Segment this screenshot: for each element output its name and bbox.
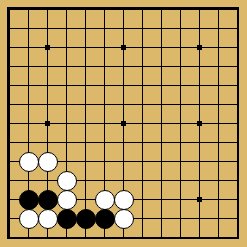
intersection-F13[interactable]	[95, 0, 114, 19]
intersection-B6[interactable]	[19, 133, 38, 152]
intersection-K2[interactable]	[171, 209, 190, 228]
intersection-G5[interactable]	[114, 152, 133, 171]
intersection-F12[interactable]	[95, 19, 114, 38]
intersection-E8[interactable]	[76, 95, 95, 114]
intersection-J1[interactable]	[152, 228, 171, 247]
intersection-D10[interactable]	[57, 57, 76, 76]
intersection-G11[interactable]	[114, 38, 133, 57]
intersection-C10[interactable]	[38, 57, 57, 76]
intersection-F6[interactable]	[95, 133, 114, 152]
intersection-E11[interactable]	[76, 38, 95, 57]
star-point	[121, 45, 126, 50]
intersection-B3[interactable]	[19, 190, 38, 209]
white-stone	[19, 209, 39, 229]
intersection-E5[interactable]	[76, 152, 95, 171]
intersection-L11[interactable]	[190, 38, 209, 57]
intersection-M8[interactable]	[209, 95, 228, 114]
intersection-B8[interactable]	[19, 95, 38, 114]
intersection-A12[interactable]	[0, 19, 19, 38]
intersection-E4[interactable]	[76, 171, 95, 190]
intersection-K11[interactable]	[171, 38, 190, 57]
intersection-L9[interactable]	[190, 76, 209, 95]
intersection-D6[interactable]	[57, 133, 76, 152]
intersection-J5[interactable]	[152, 152, 171, 171]
intersection-F7[interactable]	[95, 114, 114, 133]
intersection-L10[interactable]	[190, 57, 209, 76]
intersection-N13[interactable]	[228, 0, 247, 19]
intersection-D9[interactable]	[57, 76, 76, 95]
intersection-L1[interactable]	[190, 228, 209, 247]
intersection-H10[interactable]	[133, 57, 152, 76]
intersection-L8[interactable]	[190, 95, 209, 114]
intersection-K3[interactable]	[171, 190, 190, 209]
intersection-C3[interactable]	[38, 190, 57, 209]
intersection-G1[interactable]	[114, 228, 133, 247]
intersection-K13[interactable]	[171, 0, 190, 19]
intersection-A11[interactable]	[0, 38, 19, 57]
intersection-K4[interactable]	[171, 171, 190, 190]
intersection-H3[interactable]	[133, 190, 152, 209]
intersection-G8[interactable]	[114, 95, 133, 114]
intersection-D7[interactable]	[57, 114, 76, 133]
intersection-G6[interactable]	[114, 133, 133, 152]
intersection-D2[interactable]	[57, 209, 76, 228]
white-stone	[114, 209, 134, 229]
intersection-F1[interactable]	[95, 228, 114, 247]
white-stone	[38, 209, 58, 229]
intersection-A9[interactable]	[0, 76, 19, 95]
intersection-M3[interactable]	[209, 190, 228, 209]
intersection-J11[interactable]	[152, 38, 171, 57]
intersection-J13[interactable]	[152, 0, 171, 19]
intersection-L3[interactable]	[190, 190, 209, 209]
intersection-F11[interactable]	[95, 38, 114, 57]
intersection-F8[interactable]	[95, 95, 114, 114]
intersection-K8[interactable]	[171, 95, 190, 114]
intersection-C4[interactable]	[38, 171, 57, 190]
intersection-A1[interactable]	[0, 228, 19, 247]
intersection-D4[interactable]	[57, 171, 76, 190]
intersection-N4[interactable]	[228, 171, 247, 190]
star-point	[197, 197, 202, 202]
intersection-M9[interactable]	[209, 76, 228, 95]
white-stone	[95, 190, 115, 210]
intersection-D3[interactable]	[57, 190, 76, 209]
intersection-A3[interactable]	[0, 190, 19, 209]
intersection-G2[interactable]	[114, 209, 133, 228]
intersection-H7[interactable]	[133, 114, 152, 133]
intersection-H5[interactable]	[133, 152, 152, 171]
intersection-H11[interactable]	[133, 38, 152, 57]
intersection-L7[interactable]	[190, 114, 209, 133]
intersection-H1[interactable]	[133, 228, 152, 247]
intersection-C11[interactable]	[38, 38, 57, 57]
intersection-B4[interactable]	[19, 171, 38, 190]
black-stone	[95, 209, 115, 229]
intersection-C6[interactable]	[38, 133, 57, 152]
black-stone	[19, 190, 39, 210]
intersection-G10[interactable]	[114, 57, 133, 76]
intersection-H12[interactable]	[133, 19, 152, 38]
intersection-J7[interactable]	[152, 114, 171, 133]
intersection-J12[interactable]	[152, 19, 171, 38]
intersection-J8[interactable]	[152, 95, 171, 114]
intersection-N2[interactable]	[228, 209, 247, 228]
intersection-D8[interactable]	[57, 95, 76, 114]
intersection-K10[interactable]	[171, 57, 190, 76]
intersection-N3[interactable]	[228, 190, 247, 209]
intersection-M11[interactable]	[209, 38, 228, 57]
intersection-N5[interactable]	[228, 152, 247, 171]
intersection-H2[interactable]	[133, 209, 152, 228]
black-stone	[57, 209, 77, 229]
intersection-C1[interactable]	[38, 228, 57, 247]
intersection-K6[interactable]	[171, 133, 190, 152]
intersection-K1[interactable]	[171, 228, 190, 247]
intersection-B1[interactable]	[19, 228, 38, 247]
white-stone	[114, 190, 134, 210]
star-point	[45, 45, 50, 50]
intersection-N12[interactable]	[228, 19, 247, 38]
intersection-G12[interactable]	[114, 19, 133, 38]
intersection-N7[interactable]	[228, 114, 247, 133]
intersection-C2[interactable]	[38, 209, 57, 228]
intersection-N6[interactable]	[228, 133, 247, 152]
intersection-J10[interactable]	[152, 57, 171, 76]
intersection-H13[interactable]	[133, 0, 152, 19]
intersection-E6[interactable]	[76, 133, 95, 152]
star-point	[197, 45, 202, 50]
intersection-J3[interactable]	[152, 190, 171, 209]
intersection-C8[interactable]	[38, 95, 57, 114]
intersection-M13[interactable]	[209, 0, 228, 19]
intersection-A7[interactable]	[0, 114, 19, 133]
black-stone	[76, 209, 96, 229]
intersection-B7[interactable]	[19, 114, 38, 133]
intersection-G7[interactable]	[114, 114, 133, 133]
intersection-E9[interactable]	[76, 76, 95, 95]
intersection-M7[interactable]	[209, 114, 228, 133]
intersection-E3[interactable]	[76, 190, 95, 209]
intersection-J6[interactable]	[152, 133, 171, 152]
intersection-A4[interactable]	[0, 171, 19, 190]
intersection-N10[interactable]	[228, 57, 247, 76]
intersection-A10[interactable]	[0, 57, 19, 76]
intersection-L13[interactable]	[190, 0, 209, 19]
intersection-L4[interactable]	[190, 171, 209, 190]
intersection-J9[interactable]	[152, 76, 171, 95]
intersection-C7[interactable]	[38, 114, 57, 133]
intersection-M5[interactable]	[209, 152, 228, 171]
go-diagram	[0, 0, 247, 247]
intersection-B13[interactable]	[19, 0, 38, 19]
intersection-M10[interactable]	[209, 57, 228, 76]
intersection-F3[interactable]	[95, 190, 114, 209]
star-point	[121, 121, 126, 126]
star-point	[197, 121, 202, 126]
white-stone	[57, 171, 77, 191]
intersection-C9[interactable]	[38, 76, 57, 95]
go-board	[0, 0, 247, 247]
intersection-K9[interactable]	[171, 76, 190, 95]
intersection-N8[interactable]	[228, 95, 247, 114]
white-stone	[19, 152, 39, 172]
intersection-G13[interactable]	[114, 0, 133, 19]
intersection-L5[interactable]	[190, 152, 209, 171]
intersection-M6[interactable]	[209, 133, 228, 152]
intersection-B11[interactable]	[19, 38, 38, 57]
intersection-D12[interactable]	[57, 19, 76, 38]
intersection-D5[interactable]	[57, 152, 76, 171]
intersection-B12[interactable]	[19, 19, 38, 38]
intersection-B5[interactable]	[19, 152, 38, 171]
intersection-K7[interactable]	[171, 114, 190, 133]
intersection-G3[interactable]	[114, 190, 133, 209]
intersection-H4[interactable]	[133, 171, 152, 190]
intersection-B10[interactable]	[19, 57, 38, 76]
intersection-A8[interactable]	[0, 95, 19, 114]
black-stone	[38, 190, 58, 210]
intersection-F5[interactable]	[95, 152, 114, 171]
intersection-F4[interactable]	[95, 171, 114, 190]
intersection-E2[interactable]	[76, 209, 95, 228]
intersection-E1[interactable]	[76, 228, 95, 247]
intersection-B9[interactable]	[19, 76, 38, 95]
intersection-M12[interactable]	[209, 19, 228, 38]
intersection-M4[interactable]	[209, 171, 228, 190]
intersection-G9[interactable]	[114, 76, 133, 95]
intersection-E12[interactable]	[76, 19, 95, 38]
intersection-K12[interactable]	[171, 19, 190, 38]
intersection-C5[interactable]	[38, 152, 57, 171]
intersection-L6[interactable]	[190, 133, 209, 152]
intersection-E10[interactable]	[76, 57, 95, 76]
intersection-C12[interactable]	[38, 19, 57, 38]
intersection-A2[interactable]	[0, 209, 19, 228]
intersection-J2[interactable]	[152, 209, 171, 228]
intersection-N11[interactable]	[228, 38, 247, 57]
intersection-D11[interactable]	[57, 38, 76, 57]
intersection-L2[interactable]	[190, 209, 209, 228]
intersection-B2[interactable]	[19, 209, 38, 228]
white-stone	[57, 190, 77, 210]
intersection-H6[interactable]	[133, 133, 152, 152]
intersection-A5[interactable]	[0, 152, 19, 171]
intersection-E7[interactable]	[76, 114, 95, 133]
star-point	[45, 121, 50, 126]
intersection-E13[interactable]	[76, 0, 95, 19]
intersection-G4[interactable]	[114, 171, 133, 190]
intersection-M1[interactable]	[209, 228, 228, 247]
intersection-K5[interactable]	[171, 152, 190, 171]
intersection-F9[interactable]	[95, 76, 114, 95]
intersection-N1[interactable]	[228, 228, 247, 247]
intersection-M2[interactable]	[209, 209, 228, 228]
intersection-F10[interactable]	[95, 57, 114, 76]
white-stone	[38, 152, 58, 172]
intersection-F2[interactable]	[95, 209, 114, 228]
intersection-H8[interactable]	[133, 95, 152, 114]
intersection-L12[interactable]	[190, 19, 209, 38]
intersection-C13[interactable]	[38, 0, 57, 19]
intersection-N9[interactable]	[228, 76, 247, 95]
intersection-D1[interactable]	[57, 228, 76, 247]
intersection-A13[interactable]	[0, 0, 19, 19]
intersection-J4[interactable]	[152, 171, 171, 190]
intersection-H9[interactable]	[133, 76, 152, 95]
intersection-D13[interactable]	[57, 0, 76, 19]
intersection-A6[interactable]	[0, 133, 19, 152]
